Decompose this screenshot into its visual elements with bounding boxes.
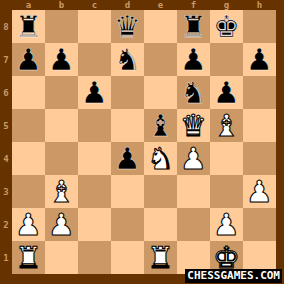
square-e3: [144, 175, 177, 208]
square-c5: [78, 109, 111, 142]
square-d5: [111, 109, 144, 142]
piece-black-pawn: ♟: [15, 43, 42, 76]
square-h3: ♟: [243, 175, 276, 208]
square-e5: ♝: [144, 109, 177, 142]
square-g7: [210, 43, 243, 76]
square-b4: [45, 142, 78, 175]
square-d8: ♛: [111, 10, 144, 43]
chessgames-banner: CHESSGAMES.COM: [185, 269, 282, 283]
square-h8: [243, 10, 276, 43]
square-a3: [12, 175, 45, 208]
rank-label-6: 6: [0, 76, 12, 109]
square-d6: [111, 76, 144, 109]
piece-black-pawn: ♟: [246, 43, 273, 76]
piece-white-queen: ♛: [180, 109, 207, 142]
rank-label-1: 1: [0, 241, 12, 274]
rank-label-2: 2: [0, 208, 12, 241]
file-label-c: c: [78, 0, 111, 10]
square-g8: ♚: [210, 10, 243, 43]
square-d7: ♞: [111, 43, 144, 76]
piece-black-pawn: ♟: [48, 43, 75, 76]
square-f8: ♜: [177, 10, 210, 43]
square-f4: ♟: [177, 142, 210, 175]
piece-white-pawn: ♟: [15, 208, 42, 241]
square-b2: ♟: [45, 208, 78, 241]
square-e6: [144, 76, 177, 109]
piece-white-rook: ♜: [147, 241, 174, 274]
square-a4: [12, 142, 45, 175]
square-d1: [111, 241, 144, 274]
square-e8: [144, 10, 177, 43]
piece-black-pawn: ♟: [81, 76, 108, 109]
square-f5: ♛: [177, 109, 210, 142]
piece-white-pawn: ♟: [180, 142, 207, 175]
piece-black-knight: ♞: [180, 76, 207, 109]
piece-black-pawn: ♟: [114, 142, 141, 175]
rank-label-5: 5: [0, 109, 12, 142]
chess-diagram: abcdefgh 87654321 ♜♛♜♚♟♟♞♟♟♟♞♟♝♛♝♟♞♟♝♟♟♟…: [0, 0, 284, 284]
piece-black-pawn: ♟: [180, 43, 207, 76]
square-h5: [243, 109, 276, 142]
piece-black-pawn: ♟: [213, 76, 240, 109]
piece-white-pawn: ♟: [246, 175, 273, 208]
piece-black-rook: ♜: [15, 10, 42, 43]
rank-label-3: 3: [0, 175, 12, 208]
square-g4: [210, 142, 243, 175]
square-b5: [45, 109, 78, 142]
square-h2: [243, 208, 276, 241]
square-c3: [78, 175, 111, 208]
square-g5: ♝: [210, 109, 243, 142]
square-b8: [45, 10, 78, 43]
square-b7: ♟: [45, 43, 78, 76]
square-c8: [78, 10, 111, 43]
square-c2: [78, 208, 111, 241]
rank-label-8: 8: [0, 10, 12, 43]
square-c6: ♟: [78, 76, 111, 109]
piece-black-queen: ♛: [114, 10, 141, 43]
square-c7: [78, 43, 111, 76]
square-e7: [144, 43, 177, 76]
square-c4: [78, 142, 111, 175]
piece-black-knight: ♞: [114, 43, 141, 76]
square-f7: ♟: [177, 43, 210, 76]
piece-white-rook: ♜: [15, 241, 42, 274]
file-label-b: b: [45, 0, 78, 10]
piece-white-pawn: ♟: [213, 208, 240, 241]
square-a8: ♜: [12, 10, 45, 43]
square-a7: ♟: [12, 43, 45, 76]
square-c1: [78, 241, 111, 274]
rank-label-4: 4: [0, 142, 12, 175]
rank-label-7: 7: [0, 43, 12, 76]
piece-white-bishop: ♝: [213, 109, 240, 142]
square-a1: ♜: [12, 241, 45, 274]
square-d4: ♟: [111, 142, 144, 175]
square-e1: ♜: [144, 241, 177, 274]
file-label-e: e: [144, 0, 177, 10]
square-g6: ♟: [210, 76, 243, 109]
piece-black-bishop: ♝: [147, 109, 174, 142]
square-h7: ♟: [243, 43, 276, 76]
square-a6: [12, 76, 45, 109]
square-b6: [45, 76, 78, 109]
square-g3: [210, 175, 243, 208]
piece-white-bishop: ♝: [48, 175, 75, 208]
piece-black-king: ♚: [213, 10, 240, 43]
piece-black-rook: ♜: [180, 10, 207, 43]
square-b1: [45, 241, 78, 274]
square-b3: ♝: [45, 175, 78, 208]
square-a2: ♟: [12, 208, 45, 241]
square-f3: [177, 175, 210, 208]
square-d3: [111, 175, 144, 208]
square-d2: [111, 208, 144, 241]
square-f6: ♞: [177, 76, 210, 109]
piece-white-knight: ♞: [147, 142, 174, 175]
square-h6: [243, 76, 276, 109]
rank-labels: 87654321: [0, 10, 12, 274]
chess-board: ♜♛♜♚♟♟♞♟♟♟♞♟♝♛♝♟♞♟♝♟♟♟♟♜♜♚: [12, 10, 276, 274]
square-h4: [243, 142, 276, 175]
square-g2: ♟: [210, 208, 243, 241]
square-a5: [12, 109, 45, 142]
square-f2: [177, 208, 210, 241]
square-e2: [144, 208, 177, 241]
square-e4: ♞: [144, 142, 177, 175]
piece-white-pawn: ♟: [48, 208, 75, 241]
file-label-h: h: [243, 0, 276, 10]
